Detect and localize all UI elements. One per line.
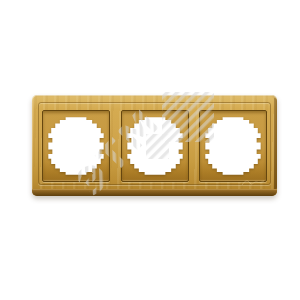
aperture-opening-3 bbox=[204, 116, 262, 176]
gang-row bbox=[32, 110, 277, 182]
frame-right-edge-shadow bbox=[274, 98, 277, 190]
embossed-brand-mark bbox=[241, 179, 265, 187]
aperture-opening-1 bbox=[47, 116, 105, 176]
gang-recess-1 bbox=[42, 110, 110, 182]
wall-frame bbox=[32, 95, 277, 196]
aperture-opening-2 bbox=[126, 116, 184, 176]
product-photo: ЭТМ bbox=[0, 0, 300, 300]
gang-recess-3 bbox=[199, 110, 267, 182]
frame-bottom-edge bbox=[32, 189, 277, 196]
gang-recess-2 bbox=[121, 110, 189, 182]
